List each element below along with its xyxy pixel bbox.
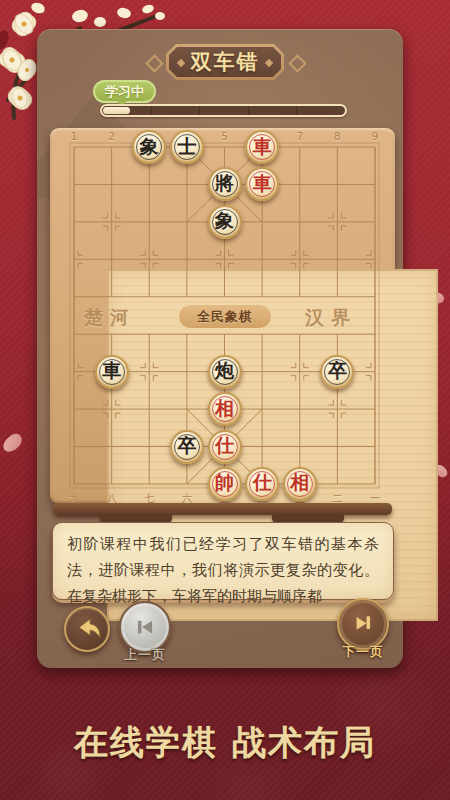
piece-glyph: 卒 bbox=[328, 361, 347, 380]
piece-glyph: 帥 bbox=[215, 473, 234, 492]
banner-side-diamond-icon bbox=[288, 54, 306, 72]
skip-next-icon bbox=[346, 607, 380, 641]
screen: 双车错 学习中 楚河 汉界 全民象棋 123456789九八七六五四三二一 象士… bbox=[0, 0, 450, 800]
app-name-pill: 全民象棋 bbox=[178, 304, 272, 329]
skip-previous-icon bbox=[128, 610, 162, 644]
piece-glyph: 將 bbox=[215, 174, 234, 193]
piece-glyph: 相 bbox=[215, 399, 234, 418]
piece-glyph: 車 bbox=[253, 137, 272, 156]
banner-inner-diamond-icon bbox=[265, 59, 273, 67]
piece-glyph: 車 bbox=[102, 361, 121, 380]
piece-black-elephant[interactable]: 象 bbox=[132, 130, 166, 164]
lesson-progress-bar bbox=[100, 104, 347, 117]
banner-shape: 双车错 bbox=[166, 44, 284, 80]
piece-black-chariot[interactable]: 車 bbox=[95, 355, 129, 389]
river-label-right: 汉界 bbox=[305, 305, 357, 331]
top-coordinate-label: 7 bbox=[291, 130, 309, 142]
piece-black-pawn[interactable]: 卒 bbox=[320, 355, 354, 389]
lesson-text: 初阶课程中我们已经学习了双车错的基本杀法，进阶课程中，我们将演示更复杂的变化。在… bbox=[67, 535, 379, 605]
progress-segment-divider bbox=[151, 106, 152, 115]
piece-glyph: 仕 bbox=[253, 473, 272, 492]
piece-glyph: 士 bbox=[177, 137, 196, 156]
top-coordinate-label: 2 bbox=[103, 130, 121, 142]
piece-black-pawn[interactable]: 卒 bbox=[170, 430, 204, 464]
piece-glyph: 車 bbox=[253, 174, 272, 193]
banner-side-diamond-icon bbox=[145, 54, 163, 72]
top-coordinate-label: 9 bbox=[366, 130, 384, 142]
piece-glyph: 卒 bbox=[177, 436, 196, 455]
piece-black-cannon[interactable]: 炮 bbox=[208, 355, 242, 389]
lesson-title-banner: 双车错 bbox=[140, 42, 310, 82]
piece-red-chariot[interactable]: 車 bbox=[245, 130, 279, 164]
piece-red-advisor[interactable]: 仕 bbox=[245, 467, 279, 501]
banner-inner-diamond-icon bbox=[177, 59, 185, 67]
piece-glyph: 相 bbox=[290, 473, 309, 492]
piece-glyph: 炮 bbox=[215, 361, 234, 380]
progress-segment-divider bbox=[199, 106, 200, 115]
top-coordinate-label: 8 bbox=[328, 130, 346, 142]
piece-red-advisor[interactable]: 仕 bbox=[208, 430, 242, 464]
back-button[interactable] bbox=[64, 606, 110, 652]
river-label-left: 楚河 bbox=[84, 305, 136, 331]
piece-red-general[interactable]: 帥 bbox=[208, 467, 242, 501]
piece-black-elephant[interactable]: 象 bbox=[208, 205, 242, 239]
progress-segment-divider bbox=[296, 106, 297, 115]
next-page-label: 下一页 bbox=[323, 643, 403, 661]
top-coordinate-label: 5 bbox=[216, 130, 234, 142]
prev-page-label: 上一页 bbox=[105, 646, 185, 664]
progress-fill bbox=[103, 107, 130, 114]
page-title: 双车错 bbox=[191, 48, 260, 76]
back-arrow-icon bbox=[70, 612, 104, 646]
piece-black-general[interactable]: 將 bbox=[208, 167, 242, 201]
piece-red-elephant[interactable]: 相 bbox=[283, 467, 317, 501]
lesson-text-panel: 初阶课程中我们已经学习了双车错的基本杀法，进阶课程中，我们将演示更复杂的变化。在… bbox=[52, 522, 394, 600]
top-coordinate-label: 1 bbox=[65, 130, 83, 142]
footer-headline: 在线学棋 战术布局 bbox=[0, 720, 450, 766]
piece-glyph: 象 bbox=[215, 211, 234, 230]
piece-black-advisor[interactable]: 士 bbox=[170, 130, 204, 164]
piece-red-elephant[interactable]: 相 bbox=[208, 392, 242, 426]
petal-decoration-icon bbox=[0, 431, 25, 455]
learning-status-badge: 学习中 bbox=[93, 80, 156, 103]
progress-segment-divider bbox=[248, 106, 249, 115]
piece-glyph: 象 bbox=[140, 137, 159, 156]
piece-glyph: 仕 bbox=[215, 436, 234, 455]
